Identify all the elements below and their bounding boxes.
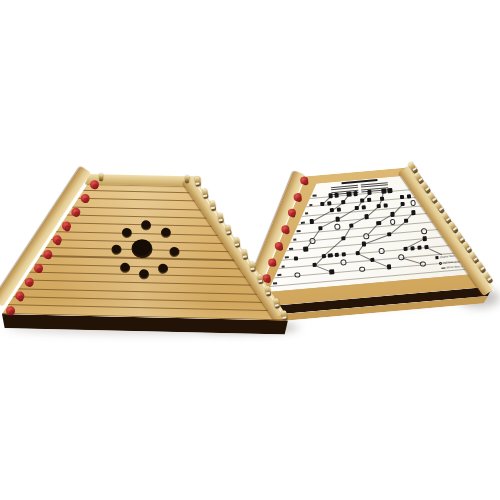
tuning-pin-brass: [265, 286, 271, 297]
tuning-pin-string-wrap: [219, 219, 223, 221]
tuning-pin-brass: [281, 310, 287, 321]
tuning-pin-brass: [185, 175, 189, 183]
tuning-pin-string-wrap: [267, 292, 271, 294]
bridge-pin-wrap: [83, 198, 89, 204]
tuning-pin-string-wrap: [453, 228, 457, 232]
tuning-pin-string-wrap: [487, 278, 491, 282]
tuning-pin-brass: [482, 271, 493, 284]
bridge-pin-wrap: [55, 240, 61, 246]
tuning-pin-string-wrap: [459, 238, 463, 242]
tuning-pin-string-wrap: [425, 188, 429, 192]
tuning-pin-string-wrap: [275, 304, 279, 306]
tuning-pin-brass: [241, 249, 247, 260]
tuning-pin-string-wrap: [473, 258, 477, 262]
tuning-pin-string-wrap: [439, 208, 443, 212]
tuning-pin-string-wrap: [446, 218, 450, 222]
tuning-pin-string-wrap: [480, 268, 484, 272]
tuning-pin-string-wrap: [418, 178, 422, 182]
bridge-pin-wrap: [64, 226, 70, 232]
tuning-pin-brass: [233, 237, 239, 248]
bridge-pin-wrap: [8, 310, 14, 316]
tuning-pin-string-wrap: [259, 280, 263, 282]
bridge-pin-wrap: [27, 282, 33, 288]
tuning-pin-brass: [226, 225, 232, 236]
tuning-pin-string-wrap: [195, 182, 199, 184]
tuning-pin-string-wrap: [251, 268, 255, 270]
bridge-pin-wrap: [18, 296, 24, 302]
tuning-pin-brass: [99, 173, 103, 181]
tuning-pin-string-wrap: [432, 198, 436, 202]
tuning-pin-string-wrap: [243, 256, 247, 258]
bridge-pin-wrap: [74, 212, 80, 218]
tuning-pin-brass: [218, 213, 224, 224]
left-harp-pins: [0, 138, 300, 345]
tuning-pin-string-wrap: [227, 231, 231, 233]
tuning-pin-string-wrap: [282, 316, 286, 318]
lap-harp-plain: [0, 138, 300, 345]
tuning-pin-brass: [194, 176, 200, 187]
tuning-pin-string-wrap: [466, 248, 470, 252]
photo-canvas: Quarter Note (1 Beat)Half Note (2 Beats)…: [0, 0, 500, 500]
tuning-pin-string-wrap: [203, 195, 207, 197]
tuning-pin-brass: [273, 298, 279, 309]
tuning-pin-brass: [249, 262, 255, 273]
bridge-pin-wrap: [92, 184, 98, 190]
tuning-pin-string-wrap: [211, 207, 215, 209]
tuning-pin-brass: [257, 274, 263, 285]
bridge-pin-wrap: [46, 254, 52, 260]
tuning-pin-brass: [202, 188, 208, 199]
tuning-pin-string-wrap: [412, 168, 416, 172]
bridge-pin-wrap: [36, 268, 42, 274]
tuning-pin-string-wrap: [235, 243, 239, 245]
tuning-pin-brass: [210, 201, 216, 212]
bridge-pin-wrap: [303, 180, 308, 185]
